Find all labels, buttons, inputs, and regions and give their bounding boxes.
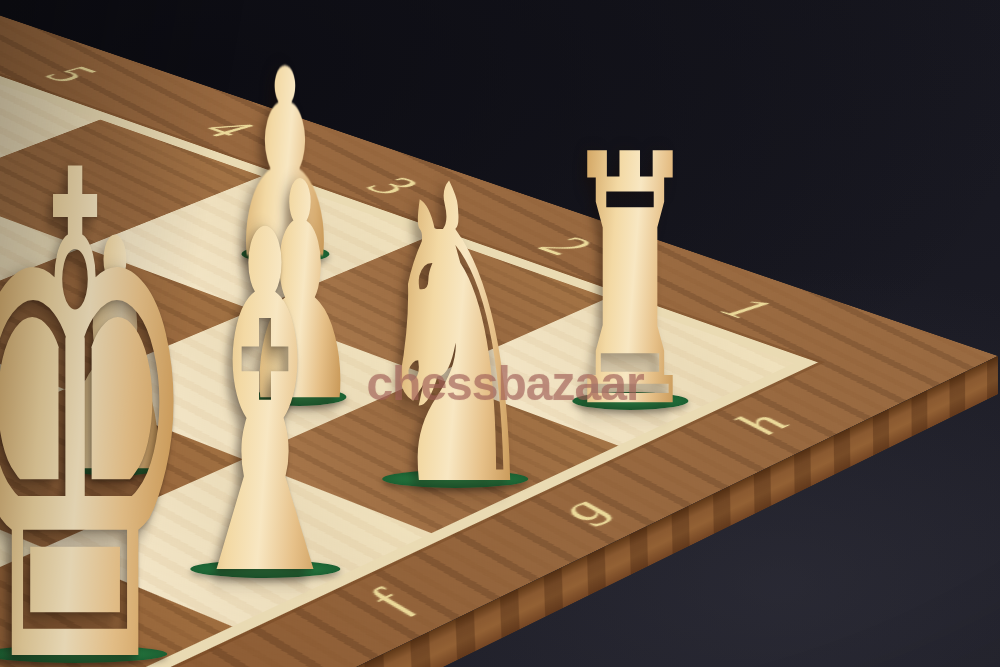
king-glyph: ♚	[0, 88, 201, 667]
piece-white-king-e1: ♚	[0, 88, 375, 667]
pieces-layer: ♚♝♞♜♟♟♟	[0, 0, 1000, 667]
product-photo-scene: abcdefgh12345678 ♚♝♞♜♟♟♟ chessbazaar	[0, 0, 1000, 667]
watermark-text: chessbazaar	[366, 356, 643, 411]
